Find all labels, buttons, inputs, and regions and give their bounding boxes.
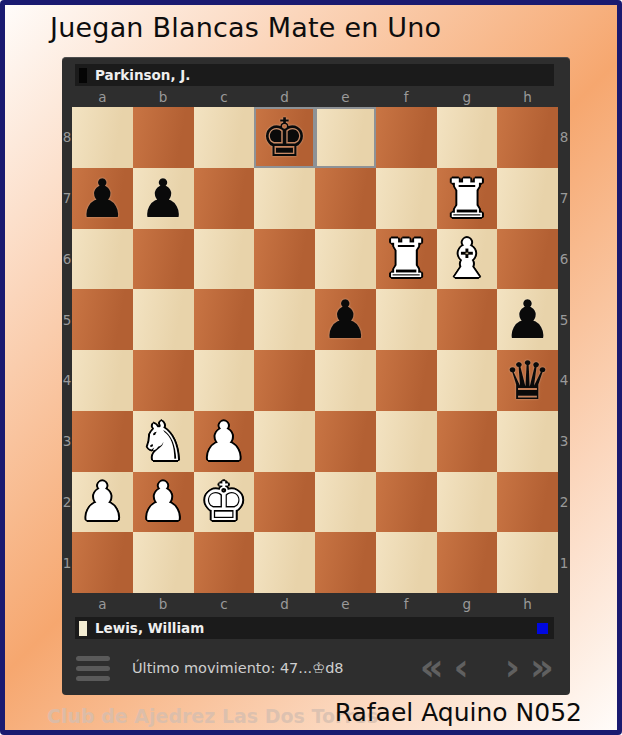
rank-label-5: 5 bbox=[558, 312, 570, 328]
nav-first-button[interactable]: « bbox=[420, 650, 444, 686]
square-d5[interactable] bbox=[254, 289, 315, 350]
square-d2[interactable] bbox=[254, 472, 315, 533]
white-rook-g7[interactable]: ♜ bbox=[437, 168, 498, 229]
square-g5[interactable] bbox=[437, 289, 498, 350]
file-label-e: e bbox=[315, 89, 376, 105]
file-label-f: f bbox=[376, 596, 437, 612]
blue-status-square bbox=[537, 623, 548, 634]
rank-label-2: 2 bbox=[558, 494, 570, 510]
square-e5[interactable]: ♟ bbox=[315, 289, 376, 350]
black-color-swatch bbox=[79, 68, 87, 83]
square-e1[interactable] bbox=[315, 532, 376, 593]
square-f3[interactable] bbox=[376, 411, 437, 472]
square-e7[interactable] bbox=[315, 168, 376, 229]
rank-label-7: 7 bbox=[62, 190, 72, 206]
file-label-h: h bbox=[497, 596, 558, 612]
rank-label-1: 1 bbox=[558, 555, 570, 571]
square-d4[interactable] bbox=[254, 350, 315, 411]
square-b1[interactable] bbox=[133, 532, 194, 593]
file-label-g: g bbox=[437, 89, 498, 105]
square-d6[interactable] bbox=[254, 229, 315, 290]
square-d3[interactable] bbox=[254, 411, 315, 472]
rank-label-3: 3 bbox=[62, 433, 72, 449]
white-bishop-g6[interactable]: ♝ bbox=[437, 229, 498, 290]
controls-bar: Último movimiento: 47...♔d8 «‹›» bbox=[76, 648, 554, 688]
square-c7[interactable] bbox=[194, 168, 255, 229]
author-text: Rafael Aquino N052 bbox=[335, 698, 582, 727]
square-g7[interactable]: ♜ bbox=[437, 168, 498, 229]
file-label-e: e bbox=[315, 596, 376, 612]
rank-label-1: 1 bbox=[62, 555, 72, 571]
square-f5[interactable] bbox=[376, 289, 437, 350]
nav-last-button[interactable]: » bbox=[530, 650, 554, 686]
rank-label-7: 7 bbox=[558, 190, 570, 206]
square-a5[interactable] bbox=[72, 289, 133, 350]
square-b5[interactable] bbox=[133, 289, 194, 350]
black-pawn-h5[interactable]: ♟ bbox=[497, 289, 558, 350]
square-b7[interactable]: ♟ bbox=[133, 168, 194, 229]
square-e3[interactable] bbox=[315, 411, 376, 472]
top-player-name: Parkinson, J. bbox=[95, 67, 190, 83]
black-king-d8[interactable]: ♚ bbox=[254, 107, 315, 168]
square-b2[interactable]: ♟ bbox=[133, 472, 194, 533]
square-c5[interactable] bbox=[194, 289, 255, 350]
last-move-label: Último movimiento: 47...♔d8 bbox=[132, 660, 344, 676]
rank-label-8: 8 bbox=[558, 129, 570, 145]
square-g4[interactable] bbox=[437, 350, 498, 411]
nav-prev-button[interactable]: ‹ bbox=[454, 650, 469, 686]
square-a8[interactable] bbox=[72, 107, 133, 168]
hamburger-icon bbox=[76, 656, 110, 661]
black-queen-h4[interactable]: ♛ bbox=[497, 350, 558, 411]
square-a3[interactable] bbox=[72, 411, 133, 472]
file-label-f: f bbox=[376, 89, 437, 105]
rank-labels-left: 87654321 bbox=[62, 107, 72, 593]
square-c8[interactable] bbox=[194, 107, 255, 168]
black-pawn-a7[interactable]: ♟ bbox=[72, 168, 133, 229]
square-h4[interactable]: ♛ bbox=[497, 350, 558, 411]
rank-label-6: 6 bbox=[62, 251, 72, 267]
square-c6[interactable] bbox=[194, 229, 255, 290]
square-e2[interactable] bbox=[315, 472, 376, 533]
square-h6[interactable] bbox=[497, 229, 558, 290]
square-f6[interactable]: ♜ bbox=[376, 229, 437, 290]
square-h5[interactable]: ♟ bbox=[497, 289, 558, 350]
file-labels-top: abcdefgh bbox=[72, 86, 558, 107]
square-g8[interactable] bbox=[437, 107, 498, 168]
square-f4[interactable] bbox=[376, 350, 437, 411]
menu-button[interactable] bbox=[76, 656, 110, 681]
square-c3[interactable]: ♟ bbox=[194, 411, 255, 472]
square-a4[interactable] bbox=[72, 350, 133, 411]
square-a6[interactable] bbox=[72, 229, 133, 290]
file-label-d: d bbox=[254, 89, 315, 105]
file-label-b: b bbox=[133, 596, 194, 612]
square-f7[interactable] bbox=[376, 168, 437, 229]
square-c2[interactable]: ♚ bbox=[194, 472, 255, 533]
square-b4[interactable] bbox=[133, 350, 194, 411]
square-h3[interactable] bbox=[497, 411, 558, 472]
white-pawn-a2[interactable]: ♟ bbox=[72, 472, 133, 533]
rank-label-3: 3 bbox=[558, 433, 570, 449]
board: ♚♟♟♜♜♝♟♟♛♞♟♟♟♚ bbox=[72, 107, 558, 593]
file-label-c: c bbox=[194, 596, 255, 612]
rank-label-4: 4 bbox=[558, 372, 570, 388]
black-pawn-e5[interactable]: ♟ bbox=[315, 289, 376, 350]
square-c4[interactable] bbox=[194, 350, 255, 411]
square-a1[interactable] bbox=[72, 532, 133, 593]
square-e6[interactable] bbox=[315, 229, 376, 290]
square-e8[interactable] bbox=[315, 107, 376, 168]
square-g1[interactable] bbox=[437, 532, 498, 593]
file-label-a: a bbox=[72, 89, 133, 105]
square-d8[interactable]: ♚ bbox=[254, 107, 315, 168]
square-c1[interactable] bbox=[194, 532, 255, 593]
square-h7[interactable] bbox=[497, 168, 558, 229]
rank-label-6: 6 bbox=[558, 251, 570, 267]
board-wrap: 87654321 ♚♟♟♜♜♝♟♟♛♞♟♟♟♚ 87654321 bbox=[62, 107, 570, 593]
rank-label-8: 8 bbox=[62, 129, 72, 145]
chess-widget-panel: Parkinson, J. abcdefgh 87654321 ♚♟♟♜♜♝♟♟… bbox=[62, 57, 570, 695]
rank-label-2: 2 bbox=[62, 494, 72, 510]
page-title: Juegan Blancas Mate en Uno bbox=[50, 12, 441, 43]
square-b8[interactable] bbox=[133, 107, 194, 168]
top-player-bar: Parkinson, J. bbox=[75, 64, 554, 86]
square-h1[interactable] bbox=[497, 532, 558, 593]
black-pawn-b7[interactable]: ♟ bbox=[133, 168, 194, 229]
square-h8[interactable] bbox=[497, 107, 558, 168]
square-b6[interactable] bbox=[133, 229, 194, 290]
square-f8[interactable] bbox=[376, 107, 437, 168]
white-rook-f6[interactable]: ♜ bbox=[376, 229, 437, 290]
white-pawn-b2[interactable]: ♟ bbox=[133, 472, 194, 533]
square-f2[interactable] bbox=[376, 472, 437, 533]
bottom-player-name: Lewis, William bbox=[95, 620, 204, 636]
white-king-c2[interactable]: ♚ bbox=[194, 472, 255, 533]
square-g3[interactable] bbox=[437, 411, 498, 472]
square-d1[interactable] bbox=[254, 532, 315, 593]
square-g6[interactable]: ♝ bbox=[437, 229, 498, 290]
rank-label-5: 5 bbox=[62, 312, 72, 328]
file-label-h: h bbox=[497, 89, 558, 105]
square-g2[interactable] bbox=[437, 472, 498, 533]
white-color-swatch bbox=[79, 621, 87, 636]
bottom-player-bar: Lewis, William bbox=[75, 617, 554, 639]
square-a2[interactable]: ♟ bbox=[72, 472, 133, 533]
square-h2[interactable] bbox=[497, 472, 558, 533]
rank-label-4: 4 bbox=[62, 372, 72, 388]
page-background: Juegan Blancas Mate en Uno Parkinson, J.… bbox=[0, 0, 622, 735]
file-label-d: d bbox=[254, 596, 315, 612]
file-label-c: c bbox=[194, 89, 255, 105]
nav-buttons: «‹›» bbox=[420, 650, 554, 686]
nav-next-button[interactable]: › bbox=[505, 650, 520, 686]
white-knight-b3[interactable]: ♞ bbox=[133, 411, 194, 472]
file-labels-bottom: abcdefgh bbox=[72, 593, 558, 614]
square-a7[interactable]: ♟ bbox=[72, 168, 133, 229]
file-label-b: b bbox=[133, 89, 194, 105]
square-f1[interactable] bbox=[376, 532, 437, 593]
file-label-a: a bbox=[72, 596, 133, 612]
rank-labels-right: 87654321 bbox=[558, 107, 570, 593]
watermark-text: Club de Ajedrez Las Dos Torres bbox=[47, 705, 378, 727]
square-b3[interactable]: ♞ bbox=[133, 411, 194, 472]
square-e4[interactable] bbox=[315, 350, 376, 411]
white-pawn-c3[interactable]: ♟ bbox=[194, 411, 255, 472]
file-label-g: g bbox=[437, 596, 498, 612]
square-d7[interactable] bbox=[254, 168, 315, 229]
